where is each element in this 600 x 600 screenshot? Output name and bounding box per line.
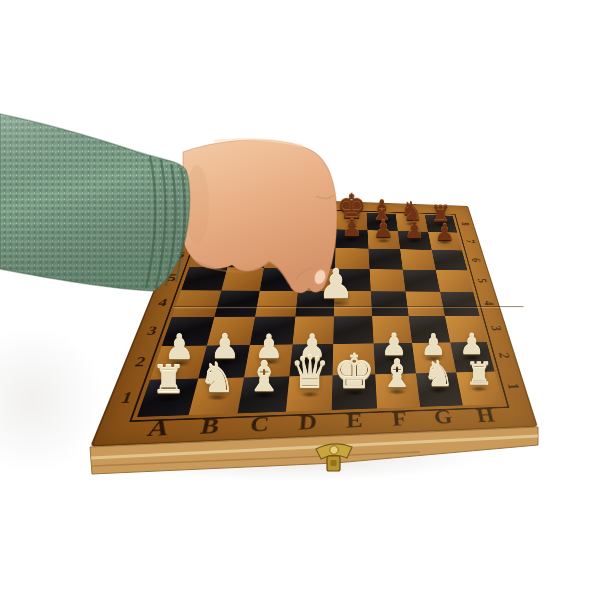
hand-overlay bbox=[0, 0, 600, 600]
hand bbox=[183, 139, 337, 293]
sweater-sleeve bbox=[0, 114, 190, 291]
photo-scene: ABCDEFGH8877665544332211 ♜♞♝♛♚♝♞♜♟♟♟♟♟♟♟… bbox=[0, 0, 600, 600]
